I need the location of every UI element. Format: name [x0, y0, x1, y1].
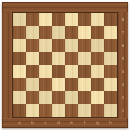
square-d1[interactable]	[52, 104, 65, 117]
square-b6[interactable]	[26, 39, 39, 52]
file-label-a: a	[13, 119, 26, 127]
square-a8[interactable]	[13, 13, 26, 26]
square-a1[interactable]	[13, 104, 26, 117]
rank-label-3: 3	[119, 78, 127, 91]
square-f4[interactable]	[78, 65, 91, 78]
square-a6[interactable]	[13, 39, 26, 52]
square-g8[interactable]	[91, 13, 104, 26]
square-h6[interactable]	[104, 39, 117, 52]
square-e7[interactable]	[65, 26, 78, 39]
square-b4[interactable]	[26, 65, 39, 78]
square-f5[interactable]	[78, 52, 91, 65]
rank-label-5: 5	[119, 52, 127, 65]
square-h7[interactable]	[104, 26, 117, 39]
square-h4[interactable]	[104, 65, 117, 78]
rank-labels: 87654321	[119, 13, 127, 117]
rank-label-2: 2	[119, 91, 127, 104]
square-c1[interactable]	[39, 104, 52, 117]
rank-label-6: 6	[119, 39, 127, 52]
square-d3[interactable]	[52, 78, 65, 91]
board-photo: abcdefgh 87654321	[0, 0, 130, 130]
square-a4[interactable]	[13, 65, 26, 78]
square-g5[interactable]	[91, 52, 104, 65]
square-f7[interactable]	[78, 26, 91, 39]
square-b5[interactable]	[26, 52, 39, 65]
square-g3[interactable]	[91, 78, 104, 91]
board-frame-left-rail	[2, 12, 12, 118]
square-a7[interactable]	[13, 26, 26, 39]
square-e3[interactable]	[65, 78, 78, 91]
playing-area	[12, 12, 118, 118]
square-h1[interactable]	[104, 104, 117, 117]
square-h8[interactable]	[104, 13, 117, 26]
square-a2[interactable]	[13, 91, 26, 104]
file-label-b: b	[26, 119, 39, 127]
square-c5[interactable]	[39, 52, 52, 65]
square-b1[interactable]	[26, 104, 39, 117]
square-f6[interactable]	[78, 39, 91, 52]
rank-label-7: 7	[119, 26, 127, 39]
square-b3[interactable]	[26, 78, 39, 91]
file-label-c: c	[39, 119, 52, 127]
square-e8[interactable]	[65, 13, 78, 26]
square-e1[interactable]	[65, 104, 78, 117]
square-a5[interactable]	[13, 52, 26, 65]
square-e4[interactable]	[65, 65, 78, 78]
square-a3[interactable]	[13, 78, 26, 91]
square-g2[interactable]	[91, 91, 104, 104]
rank-label-8: 8	[119, 13, 127, 26]
square-e5[interactable]	[65, 52, 78, 65]
square-e6[interactable]	[65, 39, 78, 52]
chess-board: abcdefgh 87654321	[2, 2, 128, 128]
square-d2[interactable]	[52, 91, 65, 104]
file-label-h: h	[104, 119, 117, 127]
rank-label-1: 1	[119, 104, 127, 117]
square-h2[interactable]	[104, 91, 117, 104]
square-f1[interactable]	[78, 104, 91, 117]
square-g7[interactable]	[91, 26, 104, 39]
square-c4[interactable]	[39, 65, 52, 78]
square-f8[interactable]	[78, 13, 91, 26]
square-d7[interactable]	[52, 26, 65, 39]
square-h5[interactable]	[104, 52, 117, 65]
square-d5[interactable]	[52, 52, 65, 65]
squares-grid	[13, 13, 117, 117]
square-f2[interactable]	[78, 91, 91, 104]
square-h3[interactable]	[104, 78, 117, 91]
square-c2[interactable]	[39, 91, 52, 104]
square-c3[interactable]	[39, 78, 52, 91]
square-c7[interactable]	[39, 26, 52, 39]
file-label-e: e	[65, 119, 78, 127]
square-b2[interactable]	[26, 91, 39, 104]
file-label-g: g	[91, 119, 104, 127]
file-label-f: f	[78, 119, 91, 127]
square-g1[interactable]	[91, 104, 104, 117]
square-g4[interactable]	[91, 65, 104, 78]
square-b8[interactable]	[26, 13, 39, 26]
square-d8[interactable]	[52, 13, 65, 26]
square-f3[interactable]	[78, 78, 91, 91]
rank-label-4: 4	[119, 65, 127, 78]
square-c8[interactable]	[39, 13, 52, 26]
square-c6[interactable]	[39, 39, 52, 52]
square-b7[interactable]	[26, 26, 39, 39]
square-d4[interactable]	[52, 65, 65, 78]
file-labels: abcdefgh	[13, 119, 117, 127]
square-e2[interactable]	[65, 91, 78, 104]
square-d6[interactable]	[52, 39, 65, 52]
square-g6[interactable]	[91, 39, 104, 52]
file-label-d: d	[52, 119, 65, 127]
